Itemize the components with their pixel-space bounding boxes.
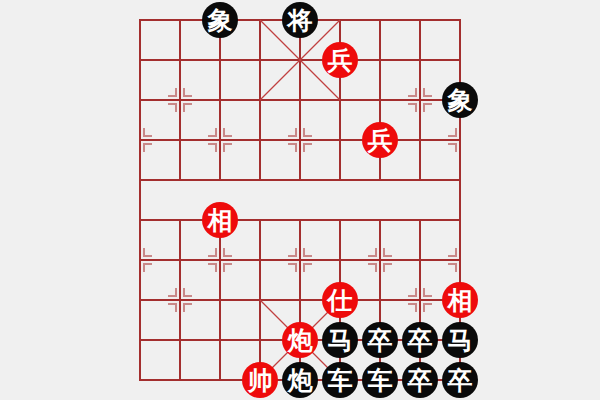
xiangqi-board-screen: 象将兵象兵相仕相炮马卒卒马帅炮车车卒卒	[0, 0, 600, 400]
piece-red-advisor[interactable]: 仕	[322, 282, 358, 318]
piece-black-soldier[interactable]: 卒	[402, 362, 438, 398]
piece-black-chariot[interactable]: 车	[322, 362, 358, 398]
piece-black-elephant[interactable]: 象	[202, 2, 238, 38]
piece-black-cannon[interactable]: 炮	[282, 362, 318, 398]
piece-black-horse[interactable]: 马	[442, 322, 478, 358]
piece-red-elephant[interactable]: 相	[442, 282, 478, 318]
piece-black-horse[interactable]: 马	[322, 322, 358, 358]
piece-red-cannon[interactable]: 炮	[282, 322, 318, 358]
piece-black-general[interactable]: 将	[282, 2, 318, 38]
piece-red-soldier[interactable]: 兵	[322, 42, 358, 78]
piece-red-soldier[interactable]: 兵	[362, 122, 398, 158]
piece-red-general[interactable]: 帅	[242, 362, 278, 398]
xiangqi-board[interactable]: 象将兵象兵相仕相炮马卒卒马帅炮车车卒卒	[120, 0, 480, 400]
piece-black-soldier[interactable]: 卒	[402, 322, 438, 358]
piece-red-elephant[interactable]: 相	[202, 202, 238, 238]
piece-black-soldier[interactable]: 卒	[362, 322, 398, 358]
piece-black-elephant[interactable]: 象	[442, 82, 478, 118]
piece-black-soldier[interactable]: 卒	[442, 362, 478, 398]
piece-black-chariot[interactable]: 车	[362, 362, 398, 398]
